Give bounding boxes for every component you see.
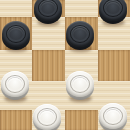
light-square[interactable] <box>0 0 32 17</box>
dark-square[interactable] <box>65 110 98 130</box>
dark-square[interactable] <box>0 110 32 130</box>
white-checker[interactable] <box>66 71 94 102</box>
white-checker[interactable] <box>1 71 29 102</box>
checker-face <box>2 21 30 47</box>
dark-square[interactable] <box>98 50 130 81</box>
checker-face <box>33 104 61 130</box>
black-checker[interactable] <box>66 21 94 52</box>
checker-face <box>66 71 94 97</box>
checker-face <box>1 71 29 97</box>
checkers-board <box>0 0 130 130</box>
checker-face <box>66 21 94 47</box>
dark-square[interactable] <box>32 50 65 81</box>
black-checker[interactable] <box>2 21 30 52</box>
white-checker[interactable] <box>33 104 61 130</box>
light-square[interactable] <box>65 0 98 17</box>
black-checker[interactable] <box>99 0 127 26</box>
black-checker[interactable] <box>34 0 62 26</box>
checker-face <box>99 103 127 129</box>
white-checker[interactable] <box>99 103 127 130</box>
